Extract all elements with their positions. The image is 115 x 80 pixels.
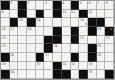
clue-number: 30	[36, 62, 40, 66]
cell-r3-c1[interactable]: 17	[10, 27, 19, 36]
clue-number: 1	[10, 1, 12, 5]
cell-r3-c3[interactable]: 18	[27, 27, 36, 36]
cell-r7-c12[interactable]	[105, 62, 114, 71]
cell-r1-c4-black	[36, 10, 45, 19]
clue-number: 15	[80, 18, 84, 22]
scan-artifact	[85, 23, 87, 25]
clue-number: 12	[88, 10, 92, 14]
cell-r3-c2[interactable]	[18, 27, 27, 36]
clue-number: 33	[88, 62, 92, 66]
cell-r8-c2[interactable]	[18, 70, 27, 79]
cell-r4-c0[interactable]: 20	[1, 36, 10, 45]
cell-r4-c11[interactable]	[97, 36, 106, 45]
cell-r8-c6-black	[53, 70, 62, 79]
clue-number: 29	[2, 62, 6, 66]
cell-r8-c1[interactable]: 34	[10, 70, 19, 79]
cell-r0-c9[interactable]: 5	[79, 1, 88, 10]
cell-r0-c4[interactable]	[36, 1, 45, 10]
cell-r3-c6-black	[53, 27, 62, 36]
cell-r1-c11[interactable]	[97, 10, 106, 19]
cell-r1-c1[interactable]	[10, 10, 19, 19]
cell-r1-c5[interactable]	[44, 10, 53, 19]
cell-r5-c7[interactable]	[62, 44, 71, 53]
cell-r7-c6-black	[53, 62, 62, 71]
cell-r2-c12[interactable]	[105, 18, 114, 27]
cell-r8-c9-black	[79, 70, 88, 79]
cell-r2-c3-black	[27, 18, 36, 27]
clue-number: 28	[97, 53, 101, 57]
scan-artifact	[110, 28, 112, 30]
cell-r8-c0-black	[1, 70, 10, 79]
clue-number: 13	[19, 18, 23, 22]
cell-r4-c10[interactable]	[88, 36, 97, 45]
clue-number: 4	[62, 1, 64, 5]
cell-r0-c1[interactable]: 1	[10, 1, 19, 10]
clue-number: 20	[2, 36, 6, 40]
cell-r0-c11[interactable]: 7	[97, 1, 106, 10]
cell-r7-c9[interactable]	[79, 62, 88, 71]
cell-r7-c10[interactable]: 33	[88, 62, 97, 71]
clue-number: 17	[10, 27, 14, 31]
cell-r0-c3[interactable]: 2	[27, 1, 36, 10]
clue-number: 14	[36, 18, 40, 22]
cell-r5-c5-black	[44, 44, 53, 53]
cell-r8-c10[interactable]: 35	[88, 70, 97, 79]
cell-r2-c6[interactable]	[53, 18, 62, 27]
cell-r6-c7[interactable]	[62, 53, 71, 62]
clue-number: 31	[62, 62, 66, 66]
clue-number: 23	[2, 44, 6, 48]
cell-r8-c11[interactable]	[97, 70, 106, 79]
cell-r4-c5-black	[44, 36, 53, 45]
cell-r0-c8-black	[71, 1, 80, 10]
clue-number: 21	[80, 36, 84, 40]
cell-r8-c4[interactable]	[36, 70, 45, 79]
cell-r1-c10[interactable]: 12	[88, 10, 97, 19]
cell-r2-c5[interactable]	[44, 18, 53, 27]
cell-r7-c8[interactable]: 32	[71, 62, 80, 71]
clue-number: 3	[45, 1, 47, 5]
cell-r7-c1[interactable]	[10, 62, 19, 71]
cell-r0-c7[interactable]: 4	[62, 1, 71, 10]
cell-r1-c12[interactable]	[105, 10, 114, 19]
cell-r2-c7[interactable]	[62, 18, 71, 27]
cell-r4-c4[interactable]	[36, 36, 45, 45]
clue-number: 32	[71, 62, 75, 66]
cell-r1-c0[interactable]: 9	[1, 10, 10, 19]
cell-r5-c2[interactable]	[18, 44, 27, 53]
cell-r1-c9-black	[79, 10, 88, 19]
clue-number: 2	[28, 1, 30, 5]
cell-r6-c4-black	[36, 53, 45, 62]
cell-r3-c10-black	[88, 27, 97, 36]
cell-r0-c5[interactable]: 3	[44, 1, 53, 10]
cell-r1-c6-black	[53, 10, 62, 19]
clue-number: 26	[10, 53, 14, 57]
cell-r7-c11[interactable]	[97, 62, 106, 71]
cell-r6-c9[interactable]	[79, 53, 88, 62]
cell-r1-c3[interactable]	[27, 10, 36, 19]
cell-r0-c6-black	[53, 1, 62, 10]
cell-r1-c8[interactable]: 11	[71, 10, 80, 19]
cell-r2-c10-black	[88, 18, 97, 27]
cell-r4-c7[interactable]	[62, 36, 71, 45]
cell-r5-c9[interactable]	[79, 44, 88, 53]
cell-r5-c1[interactable]	[10, 44, 19, 53]
cell-r0-c0-black	[1, 1, 10, 10]
cell-r2-c1-black	[10, 18, 19, 27]
clue-number: 10	[62, 10, 66, 14]
cell-r4-c12[interactable]: 22	[105, 36, 114, 45]
cell-r6-c8-black	[71, 53, 80, 62]
cell-r2-c11-black	[97, 18, 106, 27]
cell-r8-c12-black	[105, 70, 114, 79]
clue-number: 5	[80, 1, 82, 5]
cell-r6-c1[interactable]: 26	[10, 53, 19, 62]
cell-r3-c8-black	[71, 27, 80, 36]
cell-r5-c8[interactable]	[71, 44, 80, 53]
cell-r4-c1[interactable]	[10, 36, 19, 45]
cell-r5-c0[interactable]: 23	[1, 44, 10, 53]
cell-r4-c8-black	[71, 36, 80, 45]
clue-number: 18	[28, 27, 32, 31]
cell-r0-c2-black	[18, 1, 27, 10]
cell-r1-c7[interactable]: 10	[62, 10, 71, 19]
cell-r7-c4[interactable]: 30	[36, 62, 45, 71]
clue-number: 34	[10, 70, 14, 74]
cell-r5-c6[interactable]: 24	[53, 44, 62, 53]
cell-r2-c2[interactable]: 13	[18, 18, 27, 27]
cell-r8-c5[interactable]	[44, 70, 53, 79]
cell-r4-c2[interactable]	[18, 36, 27, 45]
cell-r8-c3[interactable]	[27, 70, 36, 79]
clue-number: 9	[2, 10, 4, 14]
cell-r5-c11[interactable]: 25	[97, 44, 106, 53]
cell-r6-c6[interactable]	[53, 53, 62, 62]
clue-number: 25	[97, 44, 101, 48]
cell-r3-c5[interactable]	[44, 27, 53, 36]
cell-r5-c12[interactable]	[105, 44, 114, 53]
clue-number: 16	[2, 27, 6, 31]
clue-number: 24	[54, 44, 58, 48]
cell-r3-c4[interactable]	[36, 27, 45, 36]
clue-number: 7	[97, 1, 99, 5]
cell-r6-c0-black	[1, 53, 10, 62]
cell-r6-c2[interactable]	[18, 53, 27, 62]
cell-r2-c0[interactable]	[1, 18, 10, 27]
crossword-puzzle-screenshot: 1234567891011121314151617181920212223242…	[0, 0, 115, 80]
clue-number: 27	[45, 53, 49, 57]
cell-r2-c4[interactable]: 14	[36, 18, 45, 27]
cell-r3-c9[interactable]	[79, 27, 88, 36]
clue-number: 6	[88, 1, 90, 5]
cell-r4-c9[interactable]: 21	[79, 36, 88, 45]
cell-r3-c0[interactable]: 16	[1, 27, 10, 36]
cell-r7-c2[interactable]	[18, 62, 27, 71]
cell-r5-c3[interactable]	[27, 44, 36, 53]
clue-number: 8	[106, 1, 108, 5]
clue-number: 19	[97, 27, 101, 31]
clue-number: 35	[88, 70, 92, 74]
cell-r3-c11[interactable]: 19	[97, 27, 106, 36]
clue-number: 22	[106, 36, 110, 40]
cell-r7-c7[interactable]: 31	[62, 62, 71, 71]
clue-number: 11	[71, 10, 75, 14]
crossword-grid: 1234567891011121314151617181920212223242…	[0, 0, 115, 80]
cell-r6-c12[interactable]	[105, 53, 114, 62]
cell-r4-c6-black	[53, 36, 62, 45]
cell-r6-c3[interactable]	[27, 53, 36, 62]
cell-r7-c3[interactable]	[27, 62, 36, 71]
cell-r1-c2-black	[18, 10, 27, 19]
cell-r2-c8[interactable]	[71, 18, 80, 27]
cell-r7-c5[interactable]	[44, 62, 53, 71]
cell-r6-c11[interactable]: 28	[97, 53, 106, 62]
cell-r3-c7[interactable]	[62, 27, 71, 36]
cell-r0-c10[interactable]: 6	[88, 1, 97, 10]
cell-r0-c12[interactable]: 8	[105, 1, 114, 10]
cell-r5-c4[interactable]	[36, 44, 45, 53]
cell-r5-c10-black	[88, 44, 97, 53]
cell-r6-c5[interactable]: 27	[44, 53, 53, 62]
cell-r6-c10-black	[88, 53, 97, 62]
cell-r7-c0[interactable]: 29	[1, 62, 10, 71]
cell-r4-c3[interactable]	[27, 36, 36, 45]
cell-r8-c8[interactable]	[71, 70, 80, 79]
cell-r8-c7-black	[62, 70, 71, 79]
